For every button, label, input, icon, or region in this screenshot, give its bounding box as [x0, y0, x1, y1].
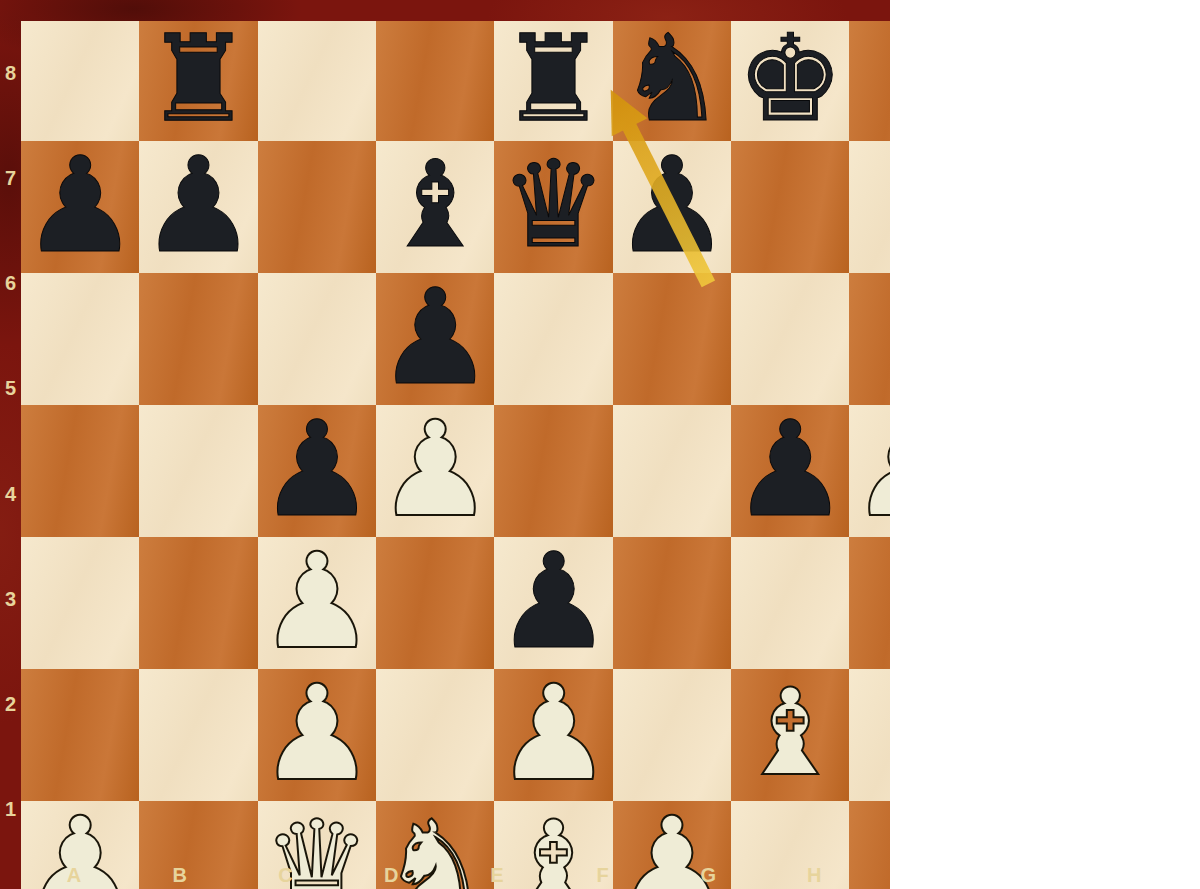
- square-e4[interactable]: ♟: [494, 537, 612, 669]
- square-g6[interactable]: [731, 273, 849, 405]
- square-e8[interactable]: ♜: [494, 21, 612, 141]
- square-d6[interactable]: ♟: [376, 273, 494, 405]
- piece-black-pawn-g5[interactable]: ♟: [731, 403, 849, 535]
- file-label-d: D: [338, 862, 444, 889]
- square-c5[interactable]: ♟: [258, 405, 376, 537]
- piece-black-pawn-e4[interactable]: ♟: [494, 535, 612, 667]
- square-f8[interactable]: ♞: [613, 21, 731, 141]
- piece-white-pawn-d5[interactable]: ♟: [376, 403, 494, 535]
- square-e3[interactable]: ♟: [494, 669, 612, 801]
- chess-diagram-screenshot: 87654321 ♜♜♞♚♟♟♝♛♟♟♟♟♟♟♟♟♟♟♝♟♛♞♝♟♚♜ ABCD…: [0, 0, 1200, 889]
- square-d3[interactable]: [376, 669, 494, 801]
- file-label-c: C: [233, 862, 339, 889]
- square-g7[interactable]: [731, 141, 849, 273]
- piece-black-rook-b8[interactable]: ♜: [145, 19, 253, 139]
- square-e5[interactable]: [494, 405, 612, 537]
- square-a3[interactable]: [21, 669, 139, 801]
- square-d7[interactable]: ♝: [376, 141, 494, 273]
- square-e6[interactable]: [494, 273, 612, 405]
- piece-black-knight-f8[interactable]: ♞: [618, 19, 726, 139]
- square-g3[interactable]: ♝: [731, 669, 849, 801]
- square-f4[interactable]: [613, 537, 731, 669]
- piece-black-pawn-f7[interactable]: ♟: [613, 139, 731, 271]
- file-label-a: A: [21, 862, 127, 889]
- square-f6[interactable]: [613, 273, 731, 405]
- piece-black-king-g8[interactable]: ♚: [736, 19, 844, 139]
- chess-board-frame: 87654321 ♜♜♞♚♟♟♝♛♟♟♟♟♟♟♟♟♟♟♝♟♛♞♝♟♚♜ ABCD…: [0, 0, 890, 889]
- square-d5[interactable]: ♟: [376, 405, 494, 537]
- piece-black-rook-e8[interactable]: ♜: [500, 19, 608, 139]
- square-c6[interactable]: [258, 273, 376, 405]
- piece-white-pawn-c3[interactable]: ♟: [258, 667, 376, 799]
- rank-label-2: 2: [0, 652, 21, 757]
- square-g8[interactable]: ♚: [731, 21, 849, 141]
- square-b3[interactable]: [139, 669, 257, 801]
- piece-white-pawn-c4[interactable]: ♟: [258, 535, 376, 667]
- rank-label-7: 7: [0, 126, 21, 231]
- file-label-g: G: [656, 862, 762, 889]
- square-d4[interactable]: [376, 537, 494, 669]
- square-b5[interactable]: [139, 405, 257, 537]
- rank-labels: 87654321: [0, 21, 21, 862]
- piece-black-pawn-d6[interactable]: ♟: [376, 271, 494, 403]
- square-b6[interactable]: [139, 273, 257, 405]
- chess-board: ♜♜♞♚♟♟♝♛♟♟♟♟♟♟♟♟♟♟♝♟♛♞♝♟♚♜: [21, 21, 867, 862]
- file-label-h: H: [761, 862, 867, 889]
- file-label-b: B: [127, 862, 233, 889]
- file-label-e: E: [444, 862, 550, 889]
- square-a7[interactable]: ♟: [21, 141, 139, 273]
- piece-black-pawn-a7[interactable]: ♟: [21, 139, 139, 271]
- square-c8[interactable]: [258, 21, 376, 141]
- square-g4[interactable]: [731, 537, 849, 669]
- square-f5[interactable]: [613, 405, 731, 537]
- piece-black-queen-e7[interactable]: ♛: [500, 145, 608, 265]
- square-a4[interactable]: [21, 537, 139, 669]
- piece-white-bishop-g3[interactable]: ♝: [736, 673, 844, 793]
- square-b4[interactable]: [139, 537, 257, 669]
- square-b8[interactable]: ♜: [139, 21, 257, 141]
- file-label-f: F: [550, 862, 656, 889]
- square-d8[interactable]: [376, 21, 494, 141]
- file-labels: ABCDEFGH: [21, 862, 867, 889]
- square-e7[interactable]: ♛: [494, 141, 612, 273]
- square-b7[interactable]: ♟: [139, 141, 257, 273]
- square-a6[interactable]: [21, 273, 139, 405]
- square-a8[interactable]: [21, 21, 139, 141]
- square-c7[interactable]: [258, 141, 376, 273]
- page-whitespace: [890, 0, 1200, 889]
- rank-label-4: 4: [0, 442, 21, 547]
- square-f3[interactable]: [613, 669, 731, 801]
- square-c3[interactable]: ♟: [258, 669, 376, 801]
- piece-black-pawn-b7[interactable]: ♟: [139, 139, 257, 271]
- piece-white-pawn-e3[interactable]: ♟: [494, 667, 612, 799]
- rank-label-5: 5: [0, 336, 21, 441]
- piece-black-bishop-d7[interactable]: ♝: [381, 145, 489, 265]
- rank-label-8: 8: [0, 21, 21, 126]
- rank-label-1: 1: [0, 757, 21, 862]
- square-c4[interactable]: ♟: [258, 537, 376, 669]
- square-f7[interactable]: ♟: [613, 141, 731, 273]
- rank-label-3: 3: [0, 547, 21, 652]
- rank-label-6: 6: [0, 231, 21, 336]
- piece-black-pawn-c5[interactable]: ♟: [258, 403, 376, 535]
- square-g5[interactable]: ♟: [731, 405, 849, 537]
- square-a5[interactable]: [21, 405, 139, 537]
